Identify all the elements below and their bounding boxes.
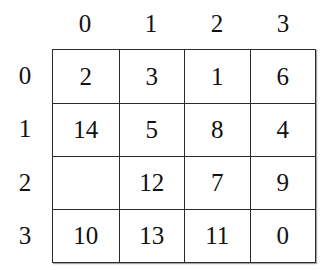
row-labels: 0 1 2 3 bbox=[0, 49, 50, 263]
tile-0[interactable]: 0 bbox=[250, 209, 316, 262]
blank-cell[interactable] bbox=[53, 156, 119, 209]
tile-14[interactable]: 14 bbox=[53, 103, 119, 156]
tile-9[interactable]: 9 bbox=[250, 156, 316, 209]
tile-6[interactable]: 6 bbox=[250, 50, 316, 103]
tile-12[interactable]: 12 bbox=[119, 156, 185, 209]
puzzle-grid: 2 3 1 6 14 5 8 4 12 7 9 10 13 11 0 bbox=[52, 49, 316, 263]
tile-8[interactable]: 8 bbox=[184, 103, 250, 156]
row-label-1: 1 bbox=[0, 103, 50, 157]
tile-5[interactable]: 5 bbox=[119, 103, 185, 156]
tile-10[interactable]: 10 bbox=[53, 209, 119, 262]
col-label-3: 3 bbox=[250, 0, 316, 47]
tile-2[interactable]: 2 bbox=[53, 50, 119, 103]
tile-7[interactable]: 7 bbox=[184, 156, 250, 209]
col-label-1: 1 bbox=[118, 0, 184, 47]
tile-4[interactable]: 4 bbox=[250, 103, 316, 156]
row-label-3: 3 bbox=[0, 210, 50, 264]
tile-1[interactable]: 1 bbox=[184, 50, 250, 103]
row-label-2: 2 bbox=[0, 156, 50, 210]
tile-3[interactable]: 3 bbox=[119, 50, 185, 103]
tile-11[interactable]: 11 bbox=[184, 209, 250, 262]
tile-13[interactable]: 13 bbox=[119, 209, 185, 262]
col-label-0: 0 bbox=[52, 0, 118, 47]
column-labels: 0 1 2 3 bbox=[52, 0, 316, 47]
fifteen-puzzle-diagram: 0 1 2 3 0 1 2 3 2 3 1 6 14 5 8 4 12 7 9 … bbox=[0, 0, 336, 270]
col-label-2: 2 bbox=[184, 0, 250, 47]
row-label-0: 0 bbox=[0, 49, 50, 103]
